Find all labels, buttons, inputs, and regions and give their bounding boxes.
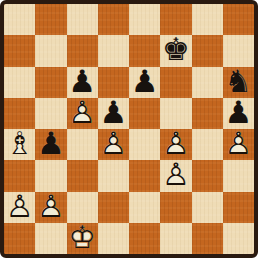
square-c2[interactable] (67, 192, 98, 223)
black-piece-glyph: ♟ (67, 66, 98, 97)
square-h3[interactable] (223, 160, 254, 191)
square-b6[interactable] (35, 67, 66, 98)
black-piece-glyph: ♚ (160, 34, 191, 65)
white-piece-outline-glyph: ♙ (160, 128, 191, 159)
white-piece-outline-glyph: ♙ (223, 128, 254, 159)
white-pawn: ♟♙ (98, 129, 129, 160)
square-h8[interactable] (223, 4, 254, 35)
black-pawn: ♟ (35, 129, 66, 160)
black-pawn: ♟ (98, 98, 129, 129)
square-b8[interactable] (35, 4, 66, 35)
square-e5[interactable] (129, 98, 160, 129)
square-h6[interactable]: ♞ (223, 67, 254, 98)
black-piece-glyph: ♞ (223, 66, 254, 97)
white-piece-outline-glyph: ♙ (67, 97, 98, 128)
square-c8[interactable] (67, 4, 98, 35)
white-king: ♚♔ (67, 223, 98, 254)
square-d3[interactable] (98, 160, 129, 191)
white-piece-fill-glyph: ♟ (67, 97, 98, 128)
white-piece-fill-glyph: ♝ (4, 128, 35, 159)
chess-board-frame: ♚♟♟♞♟♙♟♟♝♗♟♟♙♟♙♟♙♟♙♟♙♟♙♚♔ (0, 0, 258, 258)
square-c3[interactable] (67, 160, 98, 191)
white-piece-fill-glyph: ♟ (4, 191, 35, 222)
white-pawn: ♟♙ (4, 192, 35, 223)
white-piece-outline-glyph: ♗ (4, 128, 35, 159)
black-piece-glyph: ♟ (35, 128, 66, 159)
square-a8[interactable] (4, 4, 35, 35)
square-e3[interactable] (129, 160, 160, 191)
white-piece-fill-glyph: ♟ (160, 128, 191, 159)
white-piece-outline-glyph: ♙ (35, 191, 66, 222)
white-pawn: ♟♙ (223, 129, 254, 160)
black-pawn: ♟ (129, 67, 160, 98)
white-pawn: ♟♙ (160, 129, 191, 160)
square-e1[interactable] (129, 223, 160, 254)
white-piece-outline-glyph: ♔ (67, 222, 98, 253)
square-f6[interactable] (160, 67, 191, 98)
square-b5[interactable] (35, 98, 66, 129)
square-d7[interactable] (98, 35, 129, 66)
square-f2[interactable] (160, 192, 191, 223)
square-e8[interactable] (129, 4, 160, 35)
white-piece-fill-glyph: ♟ (98, 128, 129, 159)
square-e2[interactable] (129, 192, 160, 223)
square-d6[interactable] (98, 67, 129, 98)
white-pawn: ♟♙ (160, 160, 191, 191)
white-pawn: ♟♙ (67, 98, 98, 129)
white-piece-outline-glyph: ♙ (98, 128, 129, 159)
square-h1[interactable] (223, 223, 254, 254)
square-b3[interactable] (35, 160, 66, 191)
square-h7[interactable] (223, 35, 254, 66)
square-c4[interactable] (67, 129, 98, 160)
square-g3[interactable] (192, 160, 223, 191)
square-a1[interactable] (4, 223, 35, 254)
square-a4[interactable]: ♝♗ (4, 129, 35, 160)
square-h4[interactable]: ♟♙ (223, 129, 254, 160)
square-g4[interactable] (192, 129, 223, 160)
square-g5[interactable] (192, 98, 223, 129)
square-c6[interactable]: ♟ (67, 67, 98, 98)
square-f8[interactable] (160, 4, 191, 35)
square-b4[interactable]: ♟ (35, 129, 66, 160)
square-d2[interactable] (98, 192, 129, 223)
black-king: ♚ (160, 35, 191, 66)
square-g8[interactable] (192, 4, 223, 35)
square-h2[interactable] (223, 192, 254, 223)
black-piece-glyph: ♟ (98, 97, 129, 128)
white-piece-fill-glyph: ♟ (160, 159, 191, 190)
white-piece-fill-glyph: ♟ (223, 128, 254, 159)
chess-board: ♚♟♟♞♟♙♟♟♝♗♟♟♙♟♙♟♙♟♙♟♙♟♙♚♔ (4, 4, 254, 254)
square-a2[interactable]: ♟♙ (4, 192, 35, 223)
square-b7[interactable] (35, 35, 66, 66)
white-bishop: ♝♗ (4, 129, 35, 160)
square-a5[interactable] (4, 98, 35, 129)
square-f3[interactable]: ♟♙ (160, 160, 191, 191)
square-g7[interactable] (192, 35, 223, 66)
square-g6[interactable] (192, 67, 223, 98)
square-c5[interactable]: ♟♙ (67, 98, 98, 129)
square-a3[interactable] (4, 160, 35, 191)
square-h5[interactable]: ♟ (223, 98, 254, 129)
white-piece-fill-glyph: ♚ (67, 222, 98, 253)
white-piece-outline-glyph: ♙ (4, 191, 35, 222)
square-f4[interactable]: ♟♙ (160, 129, 191, 160)
square-a6[interactable] (4, 67, 35, 98)
square-e6[interactable]: ♟ (129, 67, 160, 98)
black-piece-glyph: ♟ (223, 97, 254, 128)
square-d1[interactable] (98, 223, 129, 254)
square-b2[interactable]: ♟♙ (35, 192, 66, 223)
black-pawn: ♟ (223, 98, 254, 129)
square-d8[interactable] (98, 4, 129, 35)
square-f5[interactable] (160, 98, 191, 129)
square-a7[interactable] (4, 35, 35, 66)
square-c7[interactable] (67, 35, 98, 66)
square-f7[interactable]: ♚ (160, 35, 191, 66)
square-d4[interactable]: ♟♙ (98, 129, 129, 160)
white-piece-outline-glyph: ♙ (160, 159, 191, 190)
white-pawn: ♟♙ (35, 192, 66, 223)
square-e4[interactable] (129, 129, 160, 160)
square-d5[interactable]: ♟ (98, 98, 129, 129)
white-piece-fill-glyph: ♟ (35, 191, 66, 222)
square-g2[interactable] (192, 192, 223, 223)
square-c1[interactable]: ♚♔ (67, 223, 98, 254)
square-b1[interactable] (35, 223, 66, 254)
black-piece-glyph: ♟ (129, 66, 160, 97)
black-pawn: ♟ (67, 67, 98, 98)
square-e7[interactable] (129, 35, 160, 66)
black-knight: ♞ (223, 67, 254, 98)
square-f1[interactable] (160, 223, 191, 254)
square-g1[interactable] (192, 223, 223, 254)
